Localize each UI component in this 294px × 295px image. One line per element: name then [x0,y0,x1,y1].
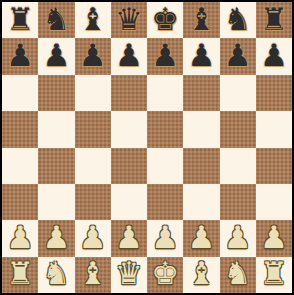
square-d6[interactable] [111,75,147,111]
square-b3[interactable] [38,184,74,220]
square-g4[interactable] [220,148,256,184]
piece-black-pawn[interactable]: ♟ [224,40,252,71]
square-h6[interactable] [256,75,292,111]
piece-white-pawn[interactable]: ♟ [115,222,143,253]
square-g6[interactable] [220,75,256,111]
piece-white-knight[interactable]: ♞ [224,258,252,289]
square-c2[interactable]: ♟ [75,220,111,256]
piece-white-pawn[interactable]: ♟ [151,222,179,253]
square-h4[interactable] [256,148,292,184]
square-h8[interactable]: ♜ [256,2,292,38]
square-g8[interactable]: ♞ [220,2,256,38]
square-f5[interactable] [183,111,219,147]
piece-white-rook[interactable]: ♜ [260,258,288,289]
square-a4[interactable] [2,148,38,184]
square-f3[interactable] [183,184,219,220]
piece-white-rook[interactable]: ♜ [6,258,34,289]
square-a1[interactable]: ♜ [2,257,38,293]
piece-white-pawn[interactable]: ♟ [42,222,70,253]
piece-white-queen[interactable]: ♛ [115,258,143,289]
square-d8[interactable]: ♛ [111,2,147,38]
square-a8[interactable]: ♜ [2,2,38,38]
piece-black-queen[interactable]: ♛ [115,4,143,35]
piece-black-bishop[interactable]: ♝ [79,4,107,35]
piece-black-king[interactable]: ♚ [151,4,179,35]
piece-black-pawn[interactable]: ♟ [260,40,288,71]
square-a3[interactable] [2,184,38,220]
chess-board-frame: ♜♞♝♛♚♝♞♜♟♟♟♟♟♟♟♟♟♟♟♟♟♟♟♟♜♞♝♛♚♝♞♜ [0,0,294,295]
square-e5[interactable] [147,111,183,147]
piece-white-pawn[interactable]: ♟ [6,222,34,253]
square-e8[interactable]: ♚ [147,2,183,38]
square-d3[interactable] [111,184,147,220]
square-g1[interactable]: ♞ [220,257,256,293]
piece-white-bishop[interactable]: ♝ [79,258,107,289]
square-b2[interactable]: ♟ [38,220,74,256]
square-g3[interactable] [220,184,256,220]
square-d5[interactable] [111,111,147,147]
square-d1[interactable]: ♛ [111,257,147,293]
square-g5[interactable] [220,111,256,147]
square-e6[interactable] [147,75,183,111]
square-g2[interactable]: ♟ [220,220,256,256]
piece-black-pawn[interactable]: ♟ [187,40,215,71]
square-a6[interactable] [2,75,38,111]
piece-white-pawn[interactable]: ♟ [79,222,107,253]
piece-white-king[interactable]: ♚ [151,258,179,289]
square-e1[interactable]: ♚ [147,257,183,293]
square-e4[interactable] [147,148,183,184]
square-e7[interactable]: ♟ [147,38,183,74]
square-c6[interactable] [75,75,111,111]
square-c3[interactable] [75,184,111,220]
square-f7[interactable]: ♟ [183,38,219,74]
square-a2[interactable]: ♟ [2,220,38,256]
piece-black-pawn[interactable]: ♟ [151,40,179,71]
square-b8[interactable]: ♞ [38,2,74,38]
square-b5[interactable] [38,111,74,147]
piece-white-pawn[interactable]: ♟ [260,222,288,253]
piece-white-pawn[interactable]: ♟ [224,222,252,253]
square-c7[interactable]: ♟ [75,38,111,74]
square-h5[interactable] [256,111,292,147]
piece-black-rook[interactable]: ♜ [260,4,288,35]
square-a5[interactable] [2,111,38,147]
piece-black-pawn[interactable]: ♟ [115,40,143,71]
square-b4[interactable] [38,148,74,184]
square-b1[interactable]: ♞ [38,257,74,293]
piece-white-pawn[interactable]: ♟ [187,222,215,253]
piece-black-pawn[interactable]: ♟ [79,40,107,71]
square-e2[interactable]: ♟ [147,220,183,256]
square-c4[interactable] [75,148,111,184]
piece-black-rook[interactable]: ♜ [6,4,34,35]
square-g7[interactable]: ♟ [220,38,256,74]
chess-board: ♜♞♝♛♚♝♞♜♟♟♟♟♟♟♟♟♟♟♟♟♟♟♟♟♜♞♝♛♚♝♞♜ [2,2,292,293]
piece-white-knight[interactable]: ♞ [42,258,70,289]
square-f2[interactable]: ♟ [183,220,219,256]
square-a7[interactable]: ♟ [2,38,38,74]
piece-black-pawn[interactable]: ♟ [6,40,34,71]
square-e3[interactable] [147,184,183,220]
square-h3[interactable] [256,184,292,220]
piece-black-knight[interactable]: ♞ [42,4,70,35]
square-b6[interactable] [38,75,74,111]
square-f1[interactable]: ♝ [183,257,219,293]
square-c8[interactable]: ♝ [75,2,111,38]
square-c1[interactable]: ♝ [75,257,111,293]
square-d7[interactable]: ♟ [111,38,147,74]
square-f4[interactable] [183,148,219,184]
piece-white-bishop[interactable]: ♝ [187,258,215,289]
square-f6[interactable] [183,75,219,111]
square-b7[interactable]: ♟ [38,38,74,74]
square-d4[interactable] [111,148,147,184]
square-f8[interactable]: ♝ [183,2,219,38]
square-h1[interactable]: ♜ [256,257,292,293]
square-d2[interactable]: ♟ [111,220,147,256]
piece-black-bishop[interactable]: ♝ [187,4,215,35]
piece-black-knight[interactable]: ♞ [224,4,252,35]
square-h2[interactable]: ♟ [256,220,292,256]
square-h7[interactable]: ♟ [256,38,292,74]
piece-black-pawn[interactable]: ♟ [42,40,70,71]
square-c5[interactable] [75,111,111,147]
